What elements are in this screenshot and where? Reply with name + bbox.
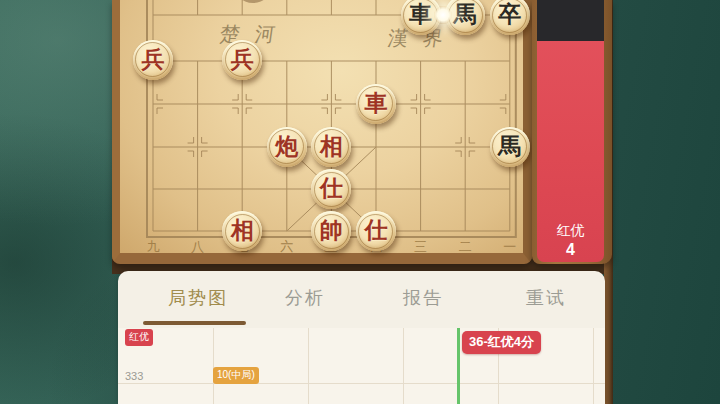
current-move-line (457, 328, 460, 404)
evaluation-bar-frame: 红优 4 (532, 0, 612, 264)
evaluation-value: 4 (537, 241, 604, 259)
piece-red-帥[interactable]: 帥 (309, 210, 354, 252)
tab-analysis[interactable]: 分析 (285, 286, 325, 310)
piece-red-兵[interactable]: 兵 (220, 37, 265, 82)
chart-gridline (213, 328, 214, 404)
current-move-eval-badge: 36-红优4分 (462, 331, 541, 354)
evaluation-label: 红优 (537, 222, 604, 240)
move-glow-effect (434, 6, 452, 24)
piece-red-炮[interactable]: 炮 (264, 125, 309, 168)
xiangqi-board[interactable]: 楚河 漢界 九八七六五四三二一 車馬卒兵兵車炮相馬仕相帥仕 (112, 0, 532, 264)
piece-red-兵[interactable]: 兵 (131, 37, 176, 82)
chart-gridline (403, 328, 404, 404)
evaluation-bar: 红优 4 (537, 0, 604, 262)
piece-red-車[interactable]: 車 (354, 82, 399, 125)
chart-gridline (308, 328, 309, 404)
app-screen: 楚河 漢界 九八七六五四三二一 車馬卒兵兵車炮相馬仕相帥仕 红优 4 局势图 分… (0, 0, 720, 404)
analysis-panel: 局势图 分析 报告 重试 红优 36-红优4分 10(中局) 333 (118, 271, 605, 404)
chart-axis-label: 333 (125, 370, 143, 382)
piece-black-卒[interactable]: 卒 (487, 0, 532, 37)
active-tab-underline (143, 321, 246, 325)
piece-red-相[interactable]: 相 (309, 125, 354, 168)
game-phase-badge: 10(中局) (213, 367, 259, 384)
chart-gridline (118, 383, 605, 384)
evaluation-chart[interactable]: 红优 36-红优4分 10(中局) 333 (118, 328, 605, 404)
piece-red-相[interactable]: 相 (220, 210, 265, 252)
evaluation-black-segment (537, 0, 604, 41)
red-advantage-axis-badge: 红优 (125, 329, 153, 346)
piece-grid[interactable]: 車馬卒兵兵車炮相馬仕相帥仕 (131, 0, 532, 252)
tab-report[interactable]: 报告 (403, 286, 443, 310)
piece-red-仕[interactable]: 仕 (309, 168, 354, 210)
piece-red-仕[interactable]: 仕 (354, 210, 399, 252)
tab-retry[interactable]: 重试 (526, 286, 566, 310)
piece-black-馬[interactable]: 馬 (487, 125, 532, 168)
chart-gridline (593, 328, 594, 404)
tab-situation-chart[interactable]: 局势图 (168, 286, 228, 310)
